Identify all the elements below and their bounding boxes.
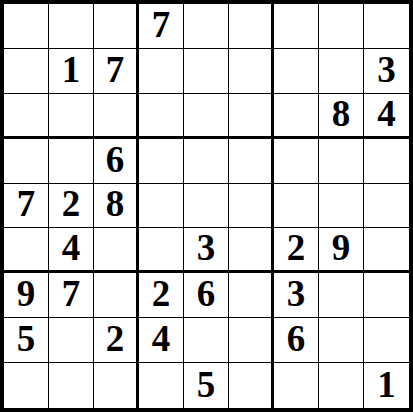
sudoku-empty-cell-r7c8[interactable] (319, 273, 364, 318)
sudoku-empty-cell-r9c3[interactable] (94, 363, 139, 408)
sudoku-empty-cell-r9c1[interactable] (4, 363, 49, 408)
sudoku-given-cell-r8c3: 2 (94, 318, 139, 363)
sudoku-given-cell-r7c5: 6 (184, 273, 229, 318)
sudoku-empty-cell-r6c3[interactable] (94, 228, 139, 273)
sudoku-empty-cell-r4c6[interactable] (229, 139, 274, 184)
sudoku-given-cell-r3c9: 4 (364, 94, 409, 139)
sudoku-empty-cell-r1c8[interactable] (319, 4, 364, 49)
sudoku-empty-cell-r1c7[interactable] (274, 4, 319, 49)
sudoku-empty-cell-r3c2[interactable] (49, 94, 94, 139)
sudoku-given-cell-r6c5: 3 (184, 228, 229, 273)
sudoku-empty-cell-r5c8[interactable] (319, 184, 364, 229)
sudoku-empty-cell-r4c7[interactable] (274, 139, 319, 184)
sudoku-empty-cell-r8c8[interactable] (319, 318, 364, 363)
sudoku-given-cell-r8c1: 5 (4, 318, 49, 363)
sudoku-given-cell-r7c2: 7 (49, 273, 94, 318)
sudoku-empty-cell-r4c8[interactable] (319, 139, 364, 184)
sudoku-empty-cell-r1c2[interactable] (49, 4, 94, 49)
sudoku-empty-cell-r3c6[interactable] (229, 94, 274, 139)
sudoku-empty-cell-r6c4[interactable] (139, 228, 184, 273)
sudoku-empty-cell-r7c6[interactable] (229, 273, 274, 318)
sudoku-empty-cell-r5c6[interactable] (229, 184, 274, 229)
sudoku-given-cell-r8c7: 6 (274, 318, 319, 363)
sudoku-given-cell-r5c3: 8 (94, 184, 139, 229)
sudoku-board: 7173846728432997263524651 (0, 0, 413, 412)
sudoku-given-cell-r1c4: 7 (139, 4, 184, 49)
sudoku-empty-cell-r7c3[interactable] (94, 273, 139, 318)
sudoku-given-cell-r9c9: 1 (364, 363, 409, 408)
sudoku-empty-cell-r6c6[interactable] (229, 228, 274, 273)
sudoku-empty-cell-r2c8[interactable] (319, 49, 364, 94)
sudoku-given-cell-r7c4: 2 (139, 273, 184, 318)
sudoku-empty-cell-r4c4[interactable] (139, 139, 184, 184)
sudoku-empty-cell-r7c9[interactable] (364, 273, 409, 318)
sudoku-empty-cell-r3c7[interactable] (274, 94, 319, 139)
sudoku-empty-cell-r1c6[interactable] (229, 4, 274, 49)
sudoku-empty-cell-r2c1[interactable] (4, 49, 49, 94)
sudoku-empty-cell-r4c1[interactable] (4, 139, 49, 184)
sudoku-empty-cell-r3c5[interactable] (184, 94, 229, 139)
sudoku-empty-cell-r9c8[interactable] (319, 363, 364, 408)
sudoku-empty-cell-r2c7[interactable] (274, 49, 319, 94)
sudoku-given-cell-r2c3: 7 (94, 49, 139, 94)
sudoku-empty-cell-r5c5[interactable] (184, 184, 229, 229)
sudoku-given-cell-r9c5: 5 (184, 363, 229, 408)
sudoku-given-cell-r8c4: 4 (139, 318, 184, 363)
sudoku-empty-cell-r4c5[interactable] (184, 139, 229, 184)
sudoku-empty-cell-r1c3[interactable] (94, 4, 139, 49)
sudoku-empty-cell-r1c5[interactable] (184, 4, 229, 49)
sudoku-empty-cell-r8c2[interactable] (49, 318, 94, 363)
sudoku-given-cell-r4c3: 6 (94, 139, 139, 184)
sudoku-empty-cell-r9c6[interactable] (229, 363, 274, 408)
sudoku-empty-cell-r3c1[interactable] (4, 94, 49, 139)
sudoku-given-cell-r5c2: 2 (49, 184, 94, 229)
sudoku-empty-cell-r4c2[interactable] (49, 139, 94, 184)
sudoku-given-cell-r7c7: 3 (274, 273, 319, 318)
sudoku-empty-cell-r2c5[interactable] (184, 49, 229, 94)
sudoku-empty-cell-r1c9[interactable] (364, 4, 409, 49)
sudoku-given-cell-r2c2: 1 (49, 49, 94, 94)
sudoku-given-cell-r5c1: 7 (4, 184, 49, 229)
sudoku-empty-cell-r8c9[interactable] (364, 318, 409, 363)
sudoku-empty-cell-r5c7[interactable] (274, 184, 319, 229)
sudoku-empty-cell-r4c9[interactable] (364, 139, 409, 184)
sudoku-empty-cell-r6c9[interactable] (364, 228, 409, 273)
sudoku-given-cell-r6c8: 9 (319, 228, 364, 273)
sudoku-empty-cell-r3c3[interactable] (94, 94, 139, 139)
sudoku-empty-cell-r6c1[interactable] (4, 228, 49, 273)
sudoku-empty-cell-r8c6[interactable] (229, 318, 274, 363)
sudoku-given-cell-r6c7: 2 (274, 228, 319, 273)
sudoku-given-cell-r3c8: 8 (319, 94, 364, 139)
sudoku-given-cell-r6c2: 4 (49, 228, 94, 273)
sudoku-empty-cell-r1c1[interactable] (4, 4, 49, 49)
sudoku-given-cell-r7c1: 9 (4, 273, 49, 318)
sudoku-empty-cell-r9c4[interactable] (139, 363, 184, 408)
sudoku-empty-cell-r9c7[interactable] (274, 363, 319, 408)
sudoku-empty-cell-r2c6[interactable] (229, 49, 274, 94)
sudoku-empty-cell-r5c9[interactable] (364, 184, 409, 229)
sudoku-given-cell-r2c9: 3 (364, 49, 409, 94)
sudoku-empty-cell-r3c4[interactable] (139, 94, 184, 139)
sudoku-empty-cell-r5c4[interactable] (139, 184, 184, 229)
sudoku-empty-cell-r8c5[interactable] (184, 318, 229, 363)
sudoku-empty-cell-r2c4[interactable] (139, 49, 184, 94)
sudoku-empty-cell-r9c2[interactable] (49, 363, 94, 408)
